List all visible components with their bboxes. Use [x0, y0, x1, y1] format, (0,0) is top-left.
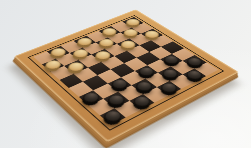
board-grid: [33, 17, 218, 125]
board-perspective-anchor: [14, 9, 239, 142]
photo-backdrop: [0, 0, 251, 148]
checkers-board: [14, 9, 239, 142]
